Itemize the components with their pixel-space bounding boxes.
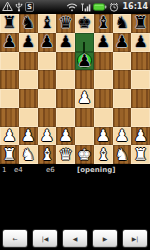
square-f2[interactable]: ♟ xyxy=(94,127,113,146)
white-rook-h1[interactable]: ♜ xyxy=(133,146,147,164)
square-a1[interactable]: ♜ xyxy=(0,145,19,164)
white-pawn-c2[interactable]: ♟ xyxy=(40,127,54,145)
black-pawn-e6[interactable]: ♟ xyxy=(77,52,91,70)
square-a3[interactable] xyxy=(0,108,19,127)
black-bishop-c8[interactable]: ♝ xyxy=(40,14,54,32)
square-g3[interactable] xyxy=(113,108,132,127)
square-e2[interactable] xyxy=(75,127,94,146)
white-knight-b1[interactable]: ♞ xyxy=(21,146,35,164)
step-back-button[interactable]: ◀ xyxy=(62,229,88,248)
square-d6[interactable] xyxy=(56,52,75,71)
square-h3[interactable] xyxy=(131,108,150,127)
black-move-text: e6 xyxy=(46,166,55,174)
square-g4[interactable] xyxy=(113,89,132,108)
white-pawn-h2[interactable]: ♟ xyxy=(133,127,147,145)
white-pawn-f2[interactable]: ♟ xyxy=(96,127,110,145)
move-list: 1 e4 e6 [opening] xyxy=(0,164,150,176)
square-d2[interactable]: ♟ xyxy=(56,127,75,146)
square-b7[interactable]: ♟ xyxy=(19,33,38,52)
black-rook-h8[interactable]: ♜ xyxy=(133,14,147,32)
black-queen-d8[interactable]: ♛ xyxy=(58,14,72,32)
square-b8[interactable]: ♞ xyxy=(19,14,38,33)
android-status-bar: S 16:14 xyxy=(0,0,150,14)
signal-icon xyxy=(80,2,91,12)
undo-button[interactable]: ← xyxy=(2,229,28,248)
square-a8[interactable]: ♜ xyxy=(0,14,19,33)
square-a6[interactable] xyxy=(0,52,19,71)
square-h6[interactable] xyxy=(131,52,150,71)
black-pawn-d7[interactable]: ♟ xyxy=(58,33,72,51)
bottom-panel: 1 e4 e6 [opening] ← |◀ ◀ ▶ ▶| xyxy=(0,164,150,250)
move-number: 1 xyxy=(2,166,6,174)
square-e5[interactable] xyxy=(75,70,94,89)
black-knight-g8[interactable]: ♞ xyxy=(115,14,129,32)
square-e4[interactable]: ♟ xyxy=(75,89,94,108)
step-forward-button[interactable]: ▶ xyxy=(92,229,118,248)
square-a7[interactable]: ♟ xyxy=(0,33,19,52)
square-d7[interactable]: ♟ xyxy=(56,33,75,52)
black-knight-b8[interactable]: ♞ xyxy=(21,14,35,32)
white-pawn-g2[interactable]: ♟ xyxy=(115,127,129,145)
square-c7[interactable]: ♟ xyxy=(38,33,57,52)
white-pawn-a2[interactable]: ♟ xyxy=(2,127,16,145)
white-queen-d1[interactable]: ♛ xyxy=(58,146,72,164)
black-pawn-f7[interactable]: ♟ xyxy=(96,33,110,51)
status-bar-clock: 16:14 xyxy=(123,2,148,11)
phone-screen: S 16:14 ♜♞♝♛♚♝♞♜♟♟♟♟♟♟♟♟♟♟♟♟♟♟♟♟♜♞♝♛♚♝♞♜… xyxy=(0,0,150,250)
square-e8[interactable]: ♚ xyxy=(75,14,94,33)
black-rook-a8[interactable]: ♜ xyxy=(2,14,16,32)
square-b5[interactable] xyxy=(19,70,38,89)
square-f4[interactable] xyxy=(94,89,113,108)
usb-icon xyxy=(15,1,23,12)
square-h7[interactable]: ♟ xyxy=(131,33,150,52)
black-pawn-b7[interactable]: ♟ xyxy=(21,33,35,51)
black-pawn-h7[interactable]: ♟ xyxy=(133,33,147,51)
empty-area xyxy=(0,176,150,229)
go-start-button[interactable]: |◀ xyxy=(32,229,58,248)
warning-icon xyxy=(2,1,13,12)
square-c1[interactable]: ♝ xyxy=(38,145,57,164)
square-g1[interactable]: ♞ xyxy=(113,145,132,164)
square-f3[interactable] xyxy=(94,108,113,127)
square-c6[interactable] xyxy=(38,52,57,71)
black-bishop-f8[interactable]: ♝ xyxy=(96,14,110,32)
square-g7[interactable]: ♟ xyxy=(113,33,132,52)
square-d1[interactable]: ♛ xyxy=(56,145,75,164)
navigation-controls: ← |◀ ◀ ▶ ▶| xyxy=(0,229,150,250)
white-bishop-c1[interactable]: ♝ xyxy=(40,146,54,164)
opening-annotation: [opening] xyxy=(77,166,115,174)
square-c3[interactable] xyxy=(38,108,57,127)
alarm-icon xyxy=(109,2,119,12)
square-g6[interactable] xyxy=(113,52,132,71)
battery-icon xyxy=(93,3,107,11)
square-c4[interactable] xyxy=(38,89,57,108)
square-f7[interactable]: ♟ xyxy=(94,33,113,52)
square-d5[interactable] xyxy=(56,70,75,89)
square-d3[interactable] xyxy=(56,108,75,127)
square-g2[interactable]: ♟ xyxy=(113,127,132,146)
square-e6[interactable]: ♟ xyxy=(75,52,94,71)
square-b2[interactable]: ♟ xyxy=(19,127,38,146)
chess-board: ♜♞♝♛♚♝♞♜♟♟♟♟♟♟♟♟♟♟♟♟♟♟♟♟♜♞♝♛♚♝♞♜ xyxy=(0,14,150,164)
black-pawn-g7[interactable]: ♟ xyxy=(115,33,129,51)
square-c8[interactable]: ♝ xyxy=(38,14,57,33)
square-f5[interactable] xyxy=(94,70,113,89)
white-pawn-e4[interactable]: ♟ xyxy=(77,89,91,107)
square-g5[interactable] xyxy=(113,70,132,89)
square-f8[interactable]: ♝ xyxy=(94,14,113,33)
white-king-e1[interactable]: ♚ xyxy=(77,146,91,164)
square-f6[interactable] xyxy=(94,52,113,71)
square-b3[interactable] xyxy=(19,108,38,127)
s-notification-badge: S xyxy=(25,2,34,12)
white-bishop-f1[interactable]: ♝ xyxy=(96,146,110,164)
square-b4[interactable] xyxy=(19,89,38,108)
square-h4[interactable] xyxy=(131,89,150,108)
square-c2[interactable]: ♟ xyxy=(38,127,57,146)
square-b6[interactable] xyxy=(19,52,38,71)
go-end-button[interactable]: ▶| xyxy=(122,229,148,248)
square-a5[interactable] xyxy=(0,70,19,89)
white-pawn-d2[interactable]: ♟ xyxy=(58,127,72,145)
black-king-e8[interactable]: ♚ xyxy=(77,14,91,32)
square-e1[interactable]: ♚ xyxy=(75,145,94,164)
black-pawn-c7[interactable]: ♟ xyxy=(40,33,54,51)
square-h2[interactable]: ♟ xyxy=(131,127,150,146)
square-a2[interactable]: ♟ xyxy=(0,127,19,146)
wifi-icon xyxy=(66,2,78,12)
white-rook-a1[interactable]: ♜ xyxy=(2,146,16,164)
black-pawn-a7[interactable]: ♟ xyxy=(2,33,16,51)
square-g8[interactable]: ♞ xyxy=(113,14,132,33)
square-h1[interactable]: ♜ xyxy=(131,145,150,164)
square-f1[interactable]: ♝ xyxy=(94,145,113,164)
square-h8[interactable]: ♜ xyxy=(131,14,150,33)
square-b1[interactable]: ♞ xyxy=(19,145,38,164)
square-h5[interactable] xyxy=(131,70,150,89)
square-e3[interactable] xyxy=(75,108,94,127)
square-d8[interactable]: ♛ xyxy=(56,14,75,33)
square-a4[interactable] xyxy=(0,89,19,108)
square-c5[interactable] xyxy=(38,70,57,89)
white-pawn-b2[interactable]: ♟ xyxy=(21,127,35,145)
white-knight-g1[interactable]: ♞ xyxy=(115,146,129,164)
square-d4[interactable] xyxy=(56,89,75,108)
white-move-text: e4 xyxy=(14,166,23,174)
